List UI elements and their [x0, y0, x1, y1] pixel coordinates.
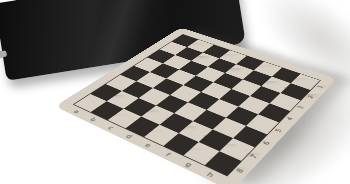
board-perspective-scene: abcdefgh87654321♜♟♞♟♝♟♛♟♚♟♝♟♟♞♜♟♟♜♞♟♟♝♟♛… — [0, 0, 350, 184]
file-label-h: h — [203, 171, 216, 180]
rank-label-6: 6 — [262, 140, 273, 148]
rank-label-5: 5 — [274, 127, 285, 134]
rank-label-1: 1 — [316, 84, 326, 90]
rank-label-3: 3 — [296, 105, 306, 111]
file-label-e: e — [141, 142, 153, 150]
rank-label-2: 2 — [306, 94, 316, 100]
file-label-a: a — [70, 109, 81, 115]
file-label-c: c — [104, 125, 116, 132]
piece-glyph: ♟ — [292, 70, 314, 94]
file-label-d: d — [122, 133, 134, 140]
rank-label-7: 7 — [249, 153, 261, 161]
file-label-f: f — [161, 151, 173, 159]
file-label-b: b — [87, 117, 99, 124]
rank-label-4: 4 — [285, 116, 296, 123]
piece-glyph: ♜ — [219, 138, 245, 167]
rank-label-8: 8 — [235, 167, 247, 176]
chess-board: abcdefgh87654321♜♟♞♟♝♟♛♟♚♟♝♟♟♞♜♟♟♜♞♟♟♝♟♛… — [55, 27, 337, 184]
chess-set-product-photo: abcdefgh87654321♜♟♞♟♝♟♛♟♚♟♝♟♟♞♜♟♟♜♞♟♟♝♟♛… — [0, 0, 350, 184]
file-label-g: g — [182, 161, 195, 169]
piece-glyph: ♟ — [273, 63, 295, 87]
